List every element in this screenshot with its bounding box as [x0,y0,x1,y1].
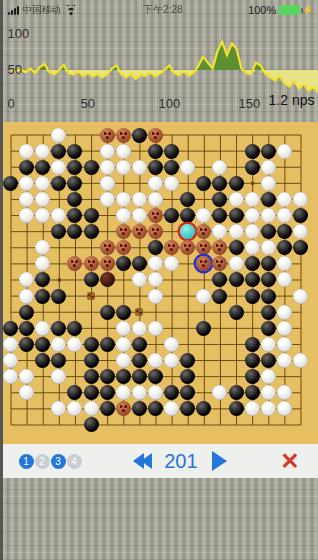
black-stone [229,401,244,416]
white-stone [148,289,163,304]
white-stone [100,192,115,207]
marked-stone [148,128,163,143]
white-stone [35,144,50,159]
white-stone [116,337,131,352]
black-stone [84,208,99,223]
white-stone [277,208,292,223]
white-stone [245,224,260,239]
x-tick-0: 0 [8,96,15,111]
white-stone [245,401,260,416]
variation-button-3[interactable]: 3 [51,454,66,469]
go-board[interactable] [3,122,318,444]
battery-percent-label: 100% [248,4,276,16]
black-stone [261,353,276,368]
variation-buttons: 1234 [19,454,83,469]
black-stone [148,160,163,175]
carrier-label: 中国移动 [23,3,61,17]
rewind-button[interactable] [136,453,152,469]
black-stone [229,176,244,191]
black-stone [293,208,308,223]
black-stone [261,192,276,207]
white-stone [19,144,34,159]
white-stone [132,208,147,223]
white-stone [116,208,131,223]
black-stone [164,144,179,159]
marked-stone [116,240,131,255]
black-stone [229,305,244,320]
black-stone [19,337,34,352]
white-stone [148,176,163,191]
white-stone [277,353,292,368]
close-button[interactable]: ✕ [280,444,299,478]
white-stone [261,337,276,352]
x-tick-150: 150 [239,96,261,111]
black-stone [116,305,131,320]
white-stone [3,337,18,352]
black-stone [132,128,147,143]
white-stone [132,192,147,207]
white-stone [180,160,195,175]
app-screen: 中国移动 下午2:28 100% ⚡ 100 50 0 50 100 150 1… [3,0,318,560]
white-stone [100,144,115,159]
black-stone [51,144,66,159]
marked-stone [116,224,131,239]
white-stone [19,192,34,207]
white-stone [3,353,18,368]
black-stone [245,256,260,271]
black-stone [261,144,276,159]
white-stone [116,192,131,207]
charging-bolt-icon: ⚡ [302,5,313,15]
black-stone [19,160,34,175]
x-tick-50: 50 [81,96,95,111]
white-stone [277,337,292,352]
black-stone [84,160,99,175]
black-stone [245,289,260,304]
white-stone [35,321,50,336]
wifi-icon [65,5,78,15]
black-stone [261,321,276,336]
status-bar: 中国移动 下午2:28 100% ⚡ [3,0,318,20]
white-stone [261,208,276,223]
black-stone [212,289,227,304]
white-stone [116,321,131,336]
black-stone [100,401,115,416]
nps-label: 1.2 nps [269,92,315,108]
white-stone [51,128,66,143]
black-stone [19,305,34,320]
black-stone [84,272,99,287]
white-stone [132,321,147,336]
black-stone [229,208,244,223]
white-stone [164,337,179,352]
marked-stone [100,128,115,143]
black-stone [100,337,115,352]
white-stone [293,289,308,304]
marked-stone [132,224,147,239]
white-stone [245,240,260,255]
white-stone [116,144,131,159]
white-stone [229,256,244,271]
white-stone [261,369,276,384]
y-tick-50: 50 [8,62,22,77]
signal-strength-icon [8,6,20,15]
marked-stone [100,256,115,271]
black-stone [229,240,244,255]
x-tick-100: 100 [159,96,181,111]
black-stone [116,369,131,384]
white-stone [116,353,131,368]
white-stone [261,240,276,255]
black-stone [132,337,147,352]
black-stone [84,353,99,368]
black-stone [84,224,99,239]
black-stone [245,160,260,175]
white-stone [196,289,211,304]
variation-button-2[interactable]: 2 [35,454,50,469]
marked-stone [100,240,115,255]
move-number-label: 201 [164,450,197,473]
white-stone [148,321,163,336]
white-stone [19,176,34,191]
black-stone [245,369,260,384]
white-stone [164,176,179,191]
black-stone [229,385,244,400]
white-stone [261,176,276,191]
white-stone [19,289,34,304]
white-stone [116,160,131,175]
white-stone [261,160,276,175]
black-stone [245,144,260,159]
black-stone [67,144,82,159]
black-stone [19,321,34,336]
black-stone [35,289,50,304]
black-stone [84,337,99,352]
black-stone [84,417,99,432]
white-stone [148,192,163,207]
black-stone [84,369,99,384]
white-stone [100,160,115,175]
black-stone [100,369,115,384]
winrate-chart[interactable]: 100 50 0 50 100 150 1.2 nps [3,20,318,122]
white-stone [51,160,66,175]
white-stone [277,192,292,207]
forward-button[interactable] [212,451,227,471]
white-stone [277,144,292,159]
black-stone [245,385,260,400]
white-stone [100,176,115,191]
white-stone [261,385,276,400]
black-stone [229,272,244,287]
black-stone [148,144,163,159]
move-navigation: 201 [83,450,281,473]
black-stone [132,353,147,368]
white-stone [277,321,292,336]
battery-icon [279,5,300,15]
black-stone [100,305,115,320]
variation-button-4[interactable]: 4 [67,454,82,469]
black-stone [277,224,292,239]
variation-button-1[interactable]: 1 [19,454,34,469]
white-stone [84,401,99,416]
bottom-toolbar: 1234 201 ✕ [3,444,318,478]
point-mark [135,308,143,316]
black-stone [3,321,18,336]
status-center-text: 下午2:28 [78,3,249,17]
black-stone [3,176,18,191]
black-stone [132,369,147,384]
black-stone [35,160,50,175]
black-stone [164,160,179,175]
y-tick-100: 100 [8,26,30,41]
black-stone [51,289,66,304]
white-stone [148,353,163,368]
black-stone [245,337,260,352]
black-stone [84,385,99,400]
black-stone [261,289,276,304]
marked-stone [148,208,163,223]
white-stone [245,208,260,223]
white-stone [132,160,147,175]
white-stone [229,224,244,239]
point-mark [87,292,95,300]
marked-stone [84,256,99,271]
black-stone [261,305,276,320]
marked-stone [116,128,131,143]
white-stone [116,385,131,400]
white-stone [277,305,292,320]
white-stone [229,192,244,207]
white-stone [35,176,50,191]
black-stone [261,224,276,239]
black-stone [245,353,260,368]
white-stone [293,353,308,368]
white-stone [293,192,308,207]
white-stone [245,192,260,207]
black-stone [100,385,115,400]
